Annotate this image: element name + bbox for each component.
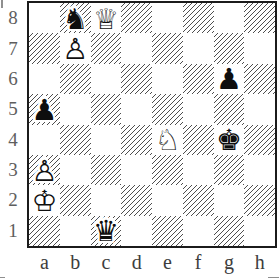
square-d7	[121, 33, 152, 63]
square-a5: ♟♟	[29, 94, 60, 124]
rank-label-7: 7	[0, 33, 26, 63]
rank-label-4: 4	[0, 125, 26, 155]
square-h6	[244, 64, 275, 94]
square-e7	[152, 33, 183, 63]
file-label-d: d	[121, 248, 152, 276]
square-f2	[183, 185, 214, 215]
square-e6	[152, 64, 183, 94]
square-a2: ♚♔	[29, 185, 60, 215]
square-g8	[214, 3, 245, 33]
black-pawn-a5: ♟♟	[29, 94, 60, 124]
black-king-g4: ♚♚	[214, 125, 245, 155]
square-a4	[29, 125, 60, 155]
square-f1	[183, 216, 214, 246]
square-f5	[183, 94, 214, 124]
scan-artifact-bottom-right	[268, 277, 279, 278]
square-g4: ♚♚	[214, 125, 245, 155]
square-d4	[121, 125, 152, 155]
square-g3	[214, 155, 245, 185]
chess-board: ♞♞♛♕♟♙♟♟♟♟♞♘♚♚♟♙♚♔♛♛	[27, 1, 277, 248]
piece-glyph: ♔	[31, 186, 57, 215]
rank-labels: 87654321	[0, 3, 26, 246]
square-g2	[214, 185, 245, 215]
square-c5	[91, 94, 122, 124]
chess-diagram: 87654321 ♞♞♛♕♟♙♟♟♟♟♞♘♚♚♟♙♚♔♛♛ abcdefgh	[0, 0, 279, 279]
piece-glyph: ♙	[31, 156, 57, 185]
square-h3	[244, 155, 275, 185]
square-h5	[244, 94, 275, 124]
rank-label-5: 5	[0, 94, 26, 124]
black-pawn-g6: ♟♟	[214, 64, 245, 94]
file-label-h: h	[244, 248, 275, 276]
square-f4	[183, 125, 214, 155]
rank-label-8: 8	[0, 3, 26, 33]
piece-glyph: ♙	[62, 35, 88, 64]
square-b5	[60, 94, 91, 124]
piece-glyph: ♚	[216, 126, 242, 155]
piece-glyph: ♟	[31, 95, 57, 124]
square-c3	[91, 155, 122, 185]
file-label-e: e	[152, 248, 183, 276]
file-label-g: g	[214, 248, 245, 276]
rank-label-3: 3	[0, 155, 26, 185]
square-f6	[183, 64, 214, 94]
square-c7	[91, 33, 122, 63]
square-b7: ♟♙	[60, 33, 91, 63]
file-label-c: c	[91, 248, 122, 276]
rank-label-2: 2	[0, 185, 26, 215]
square-f3	[183, 155, 214, 185]
square-h8	[244, 3, 275, 33]
square-e4: ♞♘	[152, 125, 183, 155]
square-d3	[121, 155, 152, 185]
square-d8	[121, 3, 152, 33]
rank-label-1: 1	[0, 216, 26, 246]
square-a1	[29, 216, 60, 246]
square-d2	[121, 185, 152, 215]
square-a6	[29, 64, 60, 94]
white-pawn-b7: ♟♙	[60, 33, 91, 63]
square-d1	[121, 216, 152, 246]
file-label-b: b	[60, 248, 91, 276]
square-h2	[244, 185, 275, 215]
square-b1	[60, 216, 91, 246]
white-knight-e4: ♞♘	[152, 125, 183, 155]
white-king-a2: ♚♔	[29, 185, 60, 215]
square-c8: ♛♕	[91, 3, 122, 33]
square-b3	[60, 155, 91, 185]
square-c1: ♛♛	[91, 216, 122, 246]
file-labels: abcdefgh	[29, 248, 275, 276]
square-a7	[29, 33, 60, 63]
square-b6	[60, 64, 91, 94]
square-h7	[244, 33, 275, 63]
scan-artifact-bottom-left	[0, 277, 5, 278]
white-queen-c8: ♛♕	[91, 3, 122, 33]
square-e3	[152, 155, 183, 185]
piece-glyph: ♛	[93, 217, 119, 246]
square-e2	[152, 185, 183, 215]
square-e1	[152, 216, 183, 246]
file-label-f: f	[183, 248, 214, 276]
square-a3: ♟♙	[29, 155, 60, 185]
square-h4	[244, 125, 275, 155]
rank-label-6: 6	[0, 64, 26, 94]
piece-glyph: ♕	[93, 4, 119, 33]
piece-glyph: ♟	[216, 65, 242, 94]
file-label-a: a	[29, 248, 60, 276]
square-e8	[152, 3, 183, 33]
square-g1	[214, 216, 245, 246]
square-g6: ♟♟	[214, 64, 245, 94]
white-pawn-a3: ♟♙	[29, 155, 60, 185]
square-c4	[91, 125, 122, 155]
square-b4	[60, 125, 91, 155]
square-c6	[91, 64, 122, 94]
square-a8	[29, 3, 60, 33]
square-f8	[183, 3, 214, 33]
square-f7	[183, 33, 214, 63]
piece-glyph: ♘	[154, 126, 180, 155]
black-queen-c1: ♛♛	[91, 216, 122, 246]
square-h1	[244, 216, 275, 246]
square-b2	[60, 185, 91, 215]
square-d6	[121, 64, 152, 94]
square-d5	[121, 94, 152, 124]
